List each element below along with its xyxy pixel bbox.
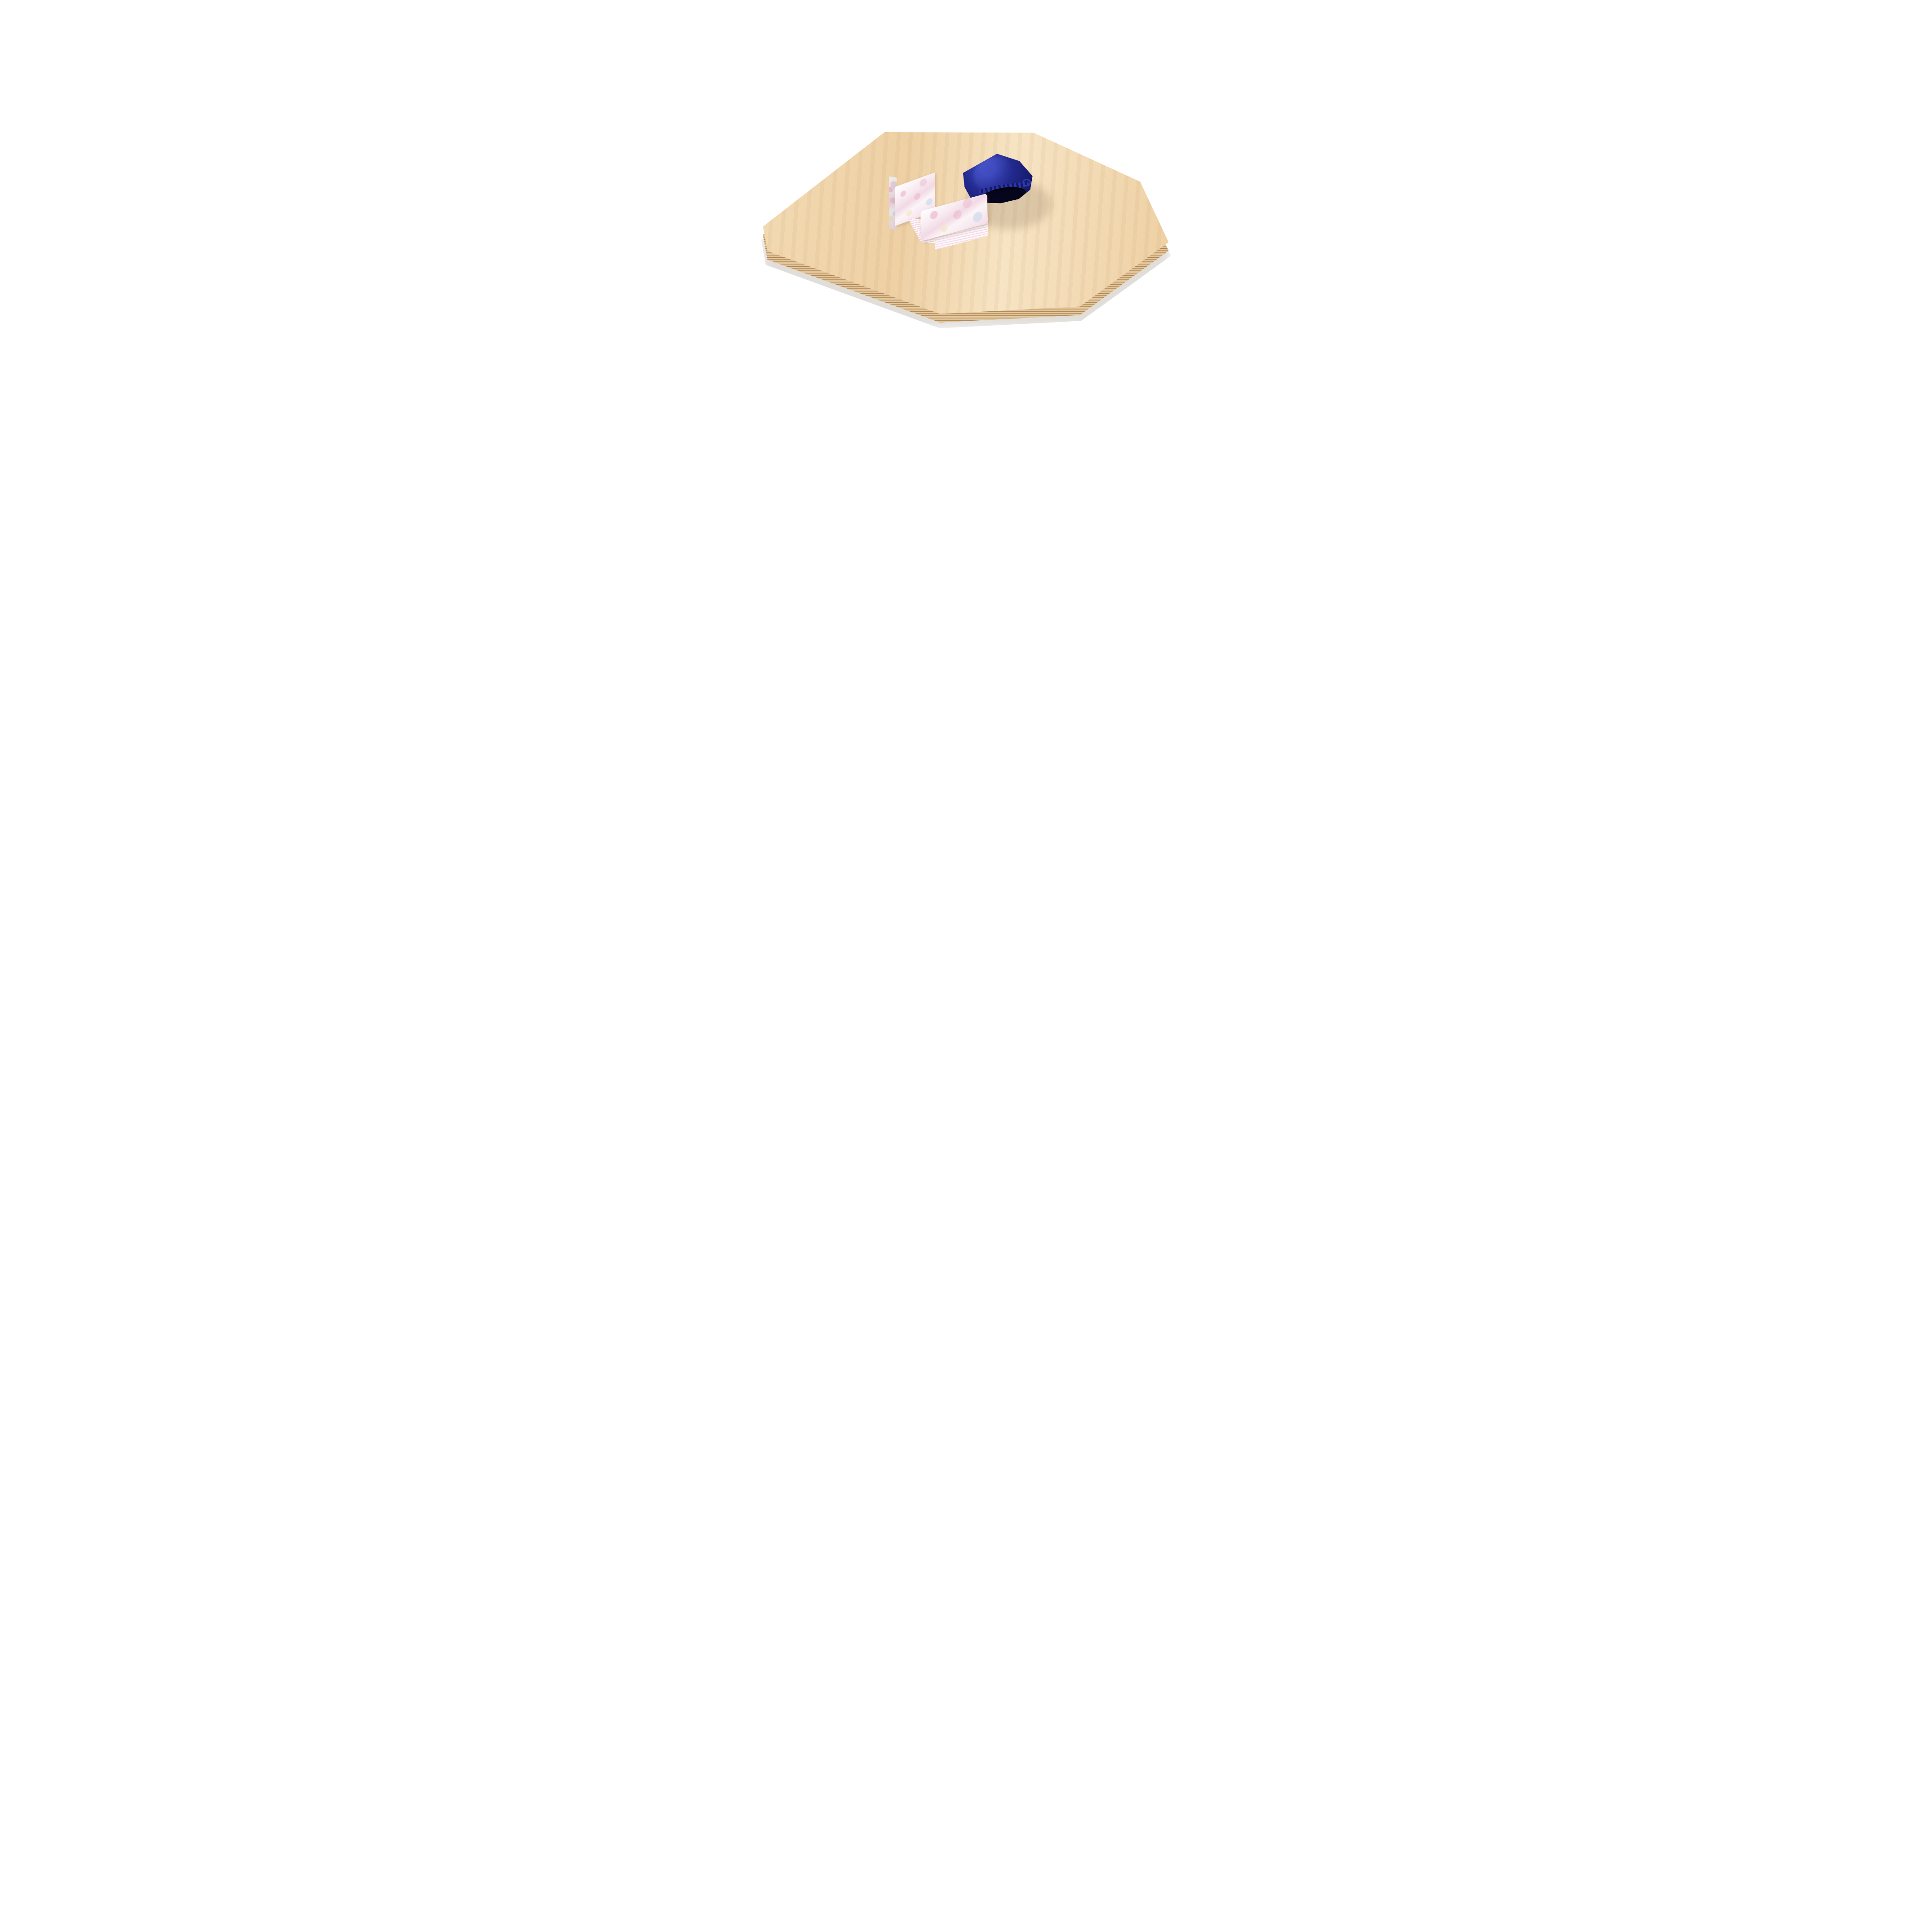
- card-deck[interactable]: [915, 199, 994, 246]
- product-photo-scene: [742, 0, 1191, 449]
- drawstring-cord[interactable]: [1022, 179, 1031, 186]
